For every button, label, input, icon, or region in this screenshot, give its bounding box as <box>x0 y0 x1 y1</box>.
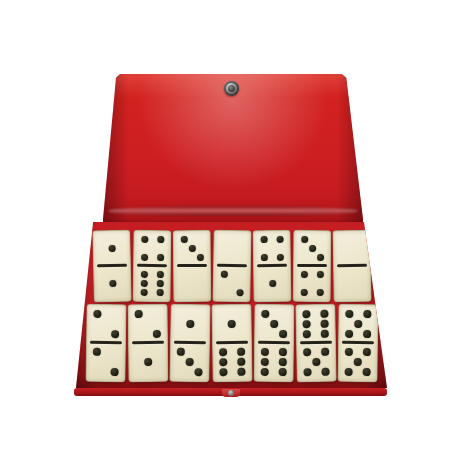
pip <box>140 280 147 287</box>
tile-half-3-pips <box>173 231 209 266</box>
tile-half-1-pips <box>171 305 210 344</box>
pip <box>134 310 142 318</box>
pip <box>320 348 328 356</box>
pip <box>345 348 353 356</box>
pip <box>156 236 163 243</box>
pip <box>140 236 147 243</box>
snap-button-icon <box>224 81 239 96</box>
case-lid-flap <box>103 74 363 223</box>
pip <box>278 368 286 376</box>
tile-divider <box>256 264 286 267</box>
domino-tile-0-0[interactable] <box>332 230 371 303</box>
pip <box>93 348 101 356</box>
pip <box>302 310 310 318</box>
domino-tile-2-2[interactable] <box>85 304 126 383</box>
pip <box>303 348 311 356</box>
pip <box>300 289 307 296</box>
domino-tile-4-6[interactable] <box>132 230 171 302</box>
pip <box>270 320 278 328</box>
pip <box>320 310 328 318</box>
domino-tile-1-1[interactable] <box>92 230 131 303</box>
pip <box>316 271 323 278</box>
domino-row-bottom <box>86 304 378 382</box>
pip <box>219 348 227 356</box>
pip <box>300 236 307 243</box>
pip <box>362 368 370 376</box>
tile-half-0-pips <box>333 231 370 267</box>
tile-half-4-pips <box>134 231 170 266</box>
domino-tile-3-4[interactable] <box>292 230 331 302</box>
pip <box>188 245 195 252</box>
tile-half-6-pips <box>254 343 292 381</box>
pip <box>316 254 323 261</box>
tile-half-2-pips <box>87 305 126 344</box>
product-photo <box>0 0 457 457</box>
tile-half-6-pips <box>213 343 252 382</box>
domino-board <box>76 230 387 382</box>
pip <box>278 358 286 366</box>
pip <box>110 330 118 338</box>
pip <box>156 254 163 261</box>
pip <box>316 289 323 296</box>
domino-tile-2-1[interactable] <box>127 304 168 382</box>
tile-half-2-pips <box>86 343 125 382</box>
tile-half-1-pips <box>129 343 167 381</box>
pip <box>196 254 203 261</box>
domino-tile-1-6[interactable] <box>211 304 252 383</box>
flap-fold-crease <box>108 206 358 216</box>
pip <box>303 368 311 376</box>
pip <box>108 245 115 252</box>
pip <box>260 254 267 261</box>
pip <box>194 368 202 376</box>
pip <box>185 358 193 366</box>
pip <box>308 245 315 252</box>
tile-half-5-pips <box>339 305 377 343</box>
tile-divider <box>342 341 374 344</box>
pip <box>156 289 163 296</box>
pip <box>110 368 118 376</box>
snap-tab <box>222 389 240 397</box>
pip <box>219 358 227 366</box>
pip <box>236 348 244 356</box>
domino-tile-6-5[interactable] <box>295 304 336 383</box>
pip <box>278 330 286 338</box>
tile-divider <box>336 264 366 268</box>
pip <box>320 330 328 338</box>
pip <box>276 254 283 261</box>
tile-half-4-pips <box>293 266 329 301</box>
pip <box>140 254 147 261</box>
tile-half-1-pips <box>93 231 130 267</box>
pip <box>260 236 267 243</box>
tile-divider <box>258 341 290 344</box>
pip <box>219 368 227 376</box>
tile-divider <box>176 264 206 267</box>
pip <box>237 368 245 376</box>
tile-half-5-pips <box>338 343 376 381</box>
pip <box>345 330 353 338</box>
tile-half-3-pips <box>255 305 293 343</box>
tile-half-3-pips <box>294 231 330 266</box>
pip <box>186 320 194 328</box>
pip <box>260 368 268 376</box>
pip <box>353 358 361 366</box>
case-tray <box>76 222 387 388</box>
pip <box>345 310 353 318</box>
tile-half-6-pips <box>133 266 169 301</box>
pip <box>312 358 320 366</box>
pip <box>321 368 329 376</box>
pip <box>362 330 370 338</box>
domino-tile-1-3[interactable] <box>169 304 210 383</box>
pip <box>300 271 307 278</box>
tile-half-0-pips <box>334 266 371 302</box>
snap-stud-icon <box>228 85 235 92</box>
pip <box>344 368 352 376</box>
pip <box>362 348 370 356</box>
tile-divider <box>296 264 326 267</box>
pip <box>261 358 269 366</box>
tile-divider <box>216 264 246 268</box>
tile-half-5-pips <box>297 343 336 382</box>
pip <box>144 358 152 366</box>
tile-half-3-pips <box>170 343 209 382</box>
domino-tile-3-6[interactable] <box>253 304 294 382</box>
pip <box>220 271 227 278</box>
domino-row-top <box>93 230 371 302</box>
pip <box>108 280 115 287</box>
domino-tile-0-2[interactable] <box>212 230 251 303</box>
pip <box>152 330 160 338</box>
domino-tile-4-1[interactable] <box>252 230 291 303</box>
pip <box>268 280 275 287</box>
pip <box>278 348 286 356</box>
tile-half-1-pips <box>212 305 251 344</box>
tile-half-4-pips <box>253 231 289 266</box>
tile-divider <box>96 264 126 268</box>
tile-divider <box>216 341 248 345</box>
domino-tile-3-0[interactable] <box>172 230 211 302</box>
pip <box>236 358 244 366</box>
snap-stud-bottom-icon <box>228 390 234 396</box>
pip <box>227 320 235 328</box>
pip <box>354 320 362 328</box>
pip <box>177 348 185 356</box>
tile-half-0-pips <box>174 266 210 301</box>
pip <box>261 310 269 318</box>
domino-tile-5-5[interactable] <box>337 304 378 382</box>
tile-half-6-pips <box>296 305 335 344</box>
pip <box>93 310 101 318</box>
tile-half-2-pips <box>128 305 166 343</box>
tile-divider <box>136 264 166 267</box>
tile-divider <box>174 341 206 345</box>
tile-half-1-pips <box>94 266 131 302</box>
pip <box>303 330 311 338</box>
pip <box>235 289 242 296</box>
pip <box>140 271 147 278</box>
tile-divider <box>90 341 122 344</box>
pip <box>156 271 163 278</box>
tile-half-1-pips <box>254 266 290 301</box>
tile-half-0-pips <box>214 231 251 267</box>
pip <box>261 348 269 356</box>
pip <box>140 289 147 296</box>
pip <box>302 320 310 328</box>
pip <box>156 280 163 287</box>
tile-divider <box>132 341 164 344</box>
pip <box>276 236 283 243</box>
pip <box>180 236 187 243</box>
pip <box>362 310 370 318</box>
tile-divider <box>299 341 331 345</box>
pip <box>320 320 328 328</box>
tile-half-2-pips <box>213 266 250 302</box>
